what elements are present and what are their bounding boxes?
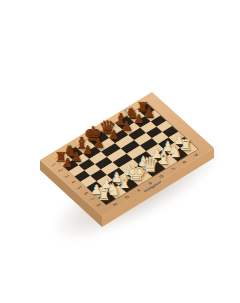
file-label: F	[135, 188, 140, 192]
file-label: H	[112, 202, 118, 206]
rank-label: 4	[70, 180, 76, 184]
file-label: B	[181, 160, 187, 164]
file-label: C	[170, 167, 176, 171]
black-pawn: ♟	[121, 122, 132, 134]
file-label: G	[123, 195, 129, 199]
chess-set-product-photo: ♜♟♟♜♞♟♟♞♝♟♟♝♛♟♟♛♚♟♟♚♝♟♟♝♞♟♟♞♜♟♟♜ 1234567…	[0, 0, 240, 303]
black-pawn: ♟	[133, 114, 144, 126]
rank-label: 8	[95, 203, 101, 207]
black-pawn: ♟	[61, 158, 72, 170]
white-rook: ♜	[97, 189, 110, 203]
file-label: A	[193, 153, 199, 157]
file-label: D	[158, 174, 164, 178]
rank-label: 5	[76, 186, 82, 190]
rank-label: 3	[63, 174, 69, 178]
rank-label: 1	[50, 163, 56, 167]
rank-label: 7	[89, 197, 95, 201]
black-pawn: ♟	[144, 108, 155, 120]
rank-label: 6	[82, 192, 88, 196]
rank-label: 2	[57, 168, 63, 172]
file-label: E	[147, 181, 152, 185]
black-pawn: ♟	[82, 146, 93, 158]
black-pawn: ♟	[108, 130, 119, 142]
black-pawn: ♟	[93, 138, 104, 150]
